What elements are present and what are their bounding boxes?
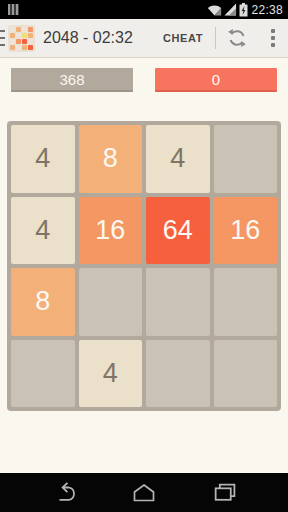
tile-16: 16 xyxy=(214,197,278,265)
status-bar: 22:38 xyxy=(0,0,288,19)
tile-64: 64 xyxy=(146,197,210,265)
tile-16: 16 xyxy=(79,197,143,265)
home-icon xyxy=(131,480,157,506)
tile-8: 8 xyxy=(79,125,143,193)
empty-cell xyxy=(214,268,278,336)
overflow-menu-button[interactable] xyxy=(258,19,288,58)
back-button[interactable] xyxy=(24,473,104,512)
secondary-score-value: 0 xyxy=(155,68,277,92)
signal-icon xyxy=(224,3,237,16)
empty-cell xyxy=(146,340,210,408)
app-icon xyxy=(8,25,35,52)
back-icon xyxy=(52,480,77,505)
clock: 22:38 xyxy=(251,3,283,17)
home-button[interactable] xyxy=(104,473,184,512)
tile-4: 4 xyxy=(11,197,75,265)
empty-cell xyxy=(146,268,210,336)
tile-8: 8 xyxy=(11,268,75,336)
overflow-icon xyxy=(271,29,275,47)
cheat-button[interactable]: CHEAT xyxy=(151,19,215,58)
secondary-score-text: 0 xyxy=(212,71,220,88)
empty-cell xyxy=(214,125,278,193)
notification-icon xyxy=(8,4,19,15)
recents-icon xyxy=(212,480,237,505)
tile-4: 4 xyxy=(11,125,75,193)
navigation-bar xyxy=(0,473,288,512)
recents-button[interactable] xyxy=(184,473,264,512)
tile-4: 4 xyxy=(146,125,210,193)
drawer-handle-icon[interactable] xyxy=(0,30,5,46)
battery-icon xyxy=(239,3,248,17)
empty-cell xyxy=(11,340,75,408)
tile-4: 4 xyxy=(79,340,143,408)
score-text: 368 xyxy=(59,71,84,88)
wifi-icon xyxy=(207,3,222,16)
empty-cell xyxy=(79,268,143,336)
score-value: 368 xyxy=(11,68,133,92)
page-title: 2048 - 02:32 xyxy=(43,29,133,47)
empty-cell xyxy=(214,340,278,408)
sync-icon xyxy=(226,27,248,49)
app-bar: 2048 - 02:32 CHEAT xyxy=(0,19,288,58)
status-icons xyxy=(207,3,248,17)
restart-button[interactable] xyxy=(216,19,258,58)
board[interactable]: 484416641684 xyxy=(7,121,281,411)
